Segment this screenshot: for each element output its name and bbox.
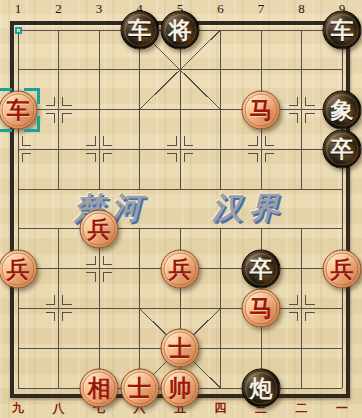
piece-red-advisor[interactable]: 士 <box>120 369 159 408</box>
piece-character: 车 <box>331 19 354 42</box>
piece-character: 车 <box>128 19 151 42</box>
file-label-top-2: 2 <box>55 1 62 17</box>
piece-character: 马 <box>250 297 273 320</box>
piece-black-soldier[interactable]: 卒 <box>242 249 281 288</box>
piece-red-general[interactable]: 帅 <box>161 369 200 408</box>
file-label-bottom-8: 二 <box>296 400 308 417</box>
piece-character: 士 <box>169 337 192 360</box>
file-label-bottom-6: 四 <box>215 400 227 417</box>
piece-character: 炮 <box>250 377 273 400</box>
piece-red-chariot[interactable]: 车 <box>0 90 38 129</box>
piece-character: 卒 <box>331 138 354 161</box>
piece-character: 兵 <box>7 257 30 280</box>
piece-black-elephant[interactable]: 象 <box>323 90 362 129</box>
piece-character: 卒 <box>250 257 273 280</box>
move-origin-marker <box>15 27 22 34</box>
piece-red-advisor[interactable]: 士 <box>161 329 200 368</box>
piece-character: 马 <box>250 98 273 121</box>
piece-red-horse[interactable]: 马 <box>242 289 281 328</box>
piece-character: 士 <box>128 377 151 400</box>
file-label-top-6: 6 <box>217 1 224 17</box>
piece-red-horse[interactable]: 马 <box>242 90 281 129</box>
piece-character: 象 <box>331 98 354 121</box>
piece-character: 兵 <box>169 257 192 280</box>
file-label-bottom-9: 一 <box>336 400 348 417</box>
xiangqi-board[interactable]: 楚河 汉界 123456789九八七六五四三二一 车将车车马象卒兵兵兵卒兵马士相… <box>0 0 362 418</box>
piece-black-chariot[interactable]: 车 <box>323 11 362 50</box>
file-label-bottom-1: 九 <box>12 400 24 417</box>
piece-character: 相 <box>88 377 111 400</box>
piece-red-soldier[interactable]: 兵 <box>323 249 362 288</box>
file-label-top-1: 1 <box>15 1 22 17</box>
file-label-bottom-2: 八 <box>53 400 65 417</box>
piece-character: 兵 <box>88 217 111 240</box>
piece-black-soldier[interactable]: 卒 <box>323 130 362 169</box>
piece-red-elephant[interactable]: 相 <box>80 369 119 408</box>
file-label-top-8: 8 <box>298 1 305 17</box>
piece-red-soldier[interactable]: 兵 <box>80 209 119 248</box>
piece-black-chariot[interactable]: 车 <box>120 11 159 50</box>
piece-black-general[interactable]: 将 <box>161 11 200 50</box>
file-label-top-7: 7 <box>258 1 265 17</box>
river-label-right: 汉界 <box>212 189 286 229</box>
piece-character: 兵 <box>331 257 354 280</box>
piece-red-soldier[interactable]: 兵 <box>0 249 38 288</box>
piece-character: 车 <box>7 98 30 121</box>
file-label-top-3: 3 <box>96 1 103 17</box>
piece-red-soldier[interactable]: 兵 <box>161 249 200 288</box>
piece-character: 帅 <box>169 377 192 400</box>
piece-character: 将 <box>169 19 192 42</box>
piece-black-cannon[interactable]: 炮 <box>242 369 281 408</box>
